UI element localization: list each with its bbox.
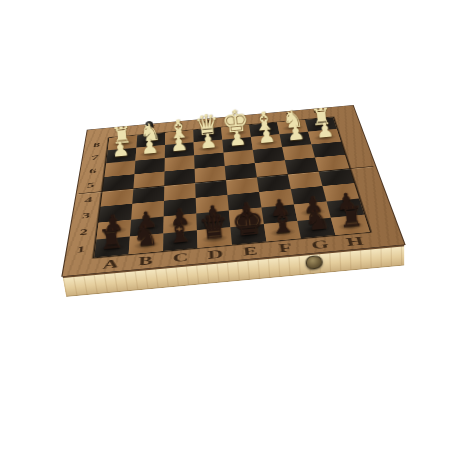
- dark-bishop: ♝: [267, 206, 297, 238]
- square-g6: [282, 144, 315, 160]
- camera-roll-wrapper: ♜♞♝♛♚♝♞♜♟♟♟♟♟♟♟♟♟♟♟♟♟♟♟♟♜♞♝♛♚♝♞♜ ABCDEFG…: [0, 0, 450, 450]
- brass-clasp: [305, 255, 323, 270]
- light-pawn: ♟: [286, 123, 306, 144]
- light-pawn: ♟: [227, 128, 247, 149]
- square-c1: ♝: [163, 230, 197, 251]
- dark-rook: ♜: [337, 202, 364, 232]
- square-b4: [132, 186, 164, 204]
- light-pawn: ♟: [198, 131, 218, 152]
- rank-label-left-6: 6: [79, 163, 106, 179]
- square-c5: [164, 169, 195, 186]
- square-f1: ♝: [264, 221, 301, 242]
- square-e6: [223, 150, 254, 166]
- light-pawn: ♟: [110, 139, 130, 160]
- board-squares-grid: ♜♞♝♛♚♝♞♜♟♟♟♟♟♟♟♟♟♟♟♟♟♟♟♟♜♞♝♛♚♝♞♜: [94, 117, 370, 257]
- square-e1: ♚: [230, 224, 266, 245]
- dark-king: ♚: [229, 202, 265, 242]
- rank-label-left-1: 1: [65, 240, 96, 261]
- rank-label-left-8: 8: [84, 138, 110, 153]
- light-pawn: ♟: [256, 126, 276, 147]
- rank-label-left-2: 2: [68, 223, 98, 243]
- square-c4: [164, 183, 196, 201]
- rank-label-left-5: 5: [77, 177, 105, 194]
- square-f5: [255, 160, 288, 177]
- square-b5: [133, 171, 164, 188]
- square-g1: ♞: [297, 218, 335, 238]
- square-e5: [225, 163, 257, 180]
- square-f6: [253, 147, 285, 163]
- rank-label-left-7: 7: [81, 150, 107, 165]
- dark-rook: ♜: [97, 224, 124, 254]
- dark-queen: ♛: [197, 209, 230, 245]
- square-d6: [194, 152, 225, 168]
- square-g5: [285, 158, 319, 175]
- square-h6: [311, 142, 345, 158]
- dark-knight: ♞: [302, 204, 330, 235]
- light-pawn: ♟: [169, 134, 189, 155]
- square-h1: ♜: [331, 215, 370, 235]
- light-pawn: ♟: [139, 137, 159, 158]
- light-pawn: ♟: [315, 120, 335, 141]
- dark-bishop: ♝: [164, 215, 194, 247]
- dark-knight: ♞: [130, 220, 158, 251]
- square-d1: ♛: [197, 227, 232, 248]
- rank-label-left-3: 3: [71, 207, 100, 226]
- square-d5: [195, 166, 226, 183]
- product-photo-scene: ♜♞♝♛♚♝♞♜♟♟♟♟♟♟♟♟♟♟♟♟♟♟♟♟♜♞♝♛♚♝♞♜ ABCDEFG…: [0, 0, 450, 450]
- square-b1: ♞: [129, 233, 164, 254]
- chess-board-box: ♜♞♝♛♚♝♞♜♟♟♟♟♟♟♟♟♟♟♟♟♟♟♟♟♜♞♝♛♚♝♞♜ ABCDEFG…: [63, 105, 405, 276]
- square-g4: [288, 171, 323, 189]
- square-a1: ♜: [94, 236, 130, 257]
- rank-label-left-4: 4: [74, 191, 103, 209]
- square-h5: [315, 155, 350, 172]
